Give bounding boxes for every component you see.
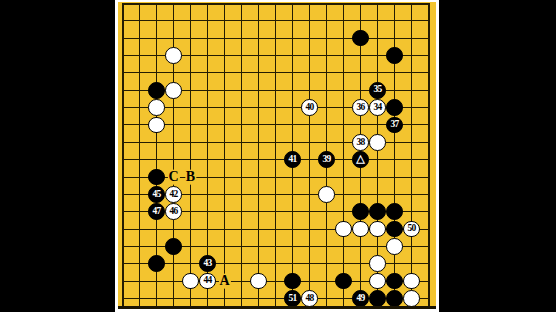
- black-stone-move-47: 47: [148, 203, 165, 220]
- move-number: 36: [356, 102, 364, 112]
- move-number: 45: [152, 189, 160, 199]
- move-number: 40: [305, 102, 313, 112]
- move-number: 38: [356, 137, 364, 147]
- white-stone: [318, 186, 335, 203]
- grid-line-vertical: [258, 4, 259, 307]
- grid-line-vertical: [224, 4, 225, 307]
- go-board-frame: 3540363437384139△45424746504344514849ABC: [115, 0, 439, 312]
- triangle-mark-icon: △: [356, 153, 364, 164]
- black-stone-move-51: 51: [284, 290, 301, 307]
- white-stone-move-48: 48: [301, 290, 318, 307]
- grid-line-vertical: [428, 4, 430, 307]
- black-stone: [148, 169, 165, 186]
- point-label-C: C: [167, 170, 179, 185]
- black-stone: [386, 273, 403, 290]
- black-stone: [335, 273, 352, 290]
- move-number: 46: [169, 206, 177, 216]
- black-stone-move-41: 41: [284, 151, 301, 168]
- grid-line-vertical: [309, 4, 310, 307]
- black-stone: [386, 221, 403, 238]
- grid-line-vertical: [241, 4, 242, 307]
- move-number: 48: [305, 293, 313, 303]
- black-stone-move-37: 37: [386, 117, 403, 134]
- grid-line-vertical: [122, 4, 124, 307]
- move-number: 43: [203, 258, 211, 268]
- grid-line-vertical: [411, 4, 412, 307]
- black-stone-triangle-marked: △: [352, 151, 369, 168]
- white-stone-move-50: 50: [403, 221, 420, 238]
- black-stone: [386, 99, 403, 116]
- move-number: 34: [373, 102, 381, 112]
- white-stone: [386, 238, 403, 255]
- black-stone: [369, 290, 386, 307]
- white-stone: [148, 99, 165, 116]
- white-stone-move-40: 40: [301, 99, 318, 116]
- grid-line-horizontal: [122, 38, 430, 39]
- move-number: 42: [169, 189, 177, 199]
- point-label-B: B: [185, 170, 196, 185]
- black-stone: [148, 255, 165, 272]
- black-stone-move-45: 45: [148, 186, 165, 203]
- white-stone-move-44: 44: [199, 273, 216, 290]
- page-background: 3540363437384139△45424746504344514849ABC: [0, 0, 556, 312]
- white-stone: [148, 117, 165, 134]
- black-stone: [148, 82, 165, 99]
- white-stone: [250, 273, 267, 290]
- black-stone: [352, 203, 369, 220]
- black-stone-move-35: 35: [369, 82, 386, 99]
- grid-line-horizontal: [122, 124, 430, 125]
- white-stone: [403, 290, 420, 307]
- black-stone: [386, 290, 403, 307]
- white-stone: [403, 273, 420, 290]
- white-stone: [369, 221, 386, 238]
- move-number: 49: [356, 293, 364, 303]
- grid-line-vertical: [190, 4, 191, 307]
- white-stone: [165, 82, 182, 99]
- white-stone: [369, 134, 386, 151]
- point-label-A: A: [218, 274, 230, 289]
- go-board[interactable]: 3540363437384139△45424746504344514849ABC: [118, 2, 436, 309]
- white-stone: [182, 273, 199, 290]
- move-number: 41: [288, 154, 296, 164]
- black-stone: [352, 30, 369, 47]
- move-number: 39: [322, 154, 330, 164]
- move-number: 35: [373, 85, 381, 95]
- move-number: 44: [203, 276, 211, 286]
- black-stone: [386, 203, 403, 220]
- white-stone: [165, 47, 182, 64]
- white-stone-move-38: 38: [352, 134, 369, 151]
- grid-line-vertical: [343, 4, 344, 307]
- black-stone: [369, 203, 386, 220]
- white-stone-move-46: 46: [165, 203, 182, 220]
- black-stone-move-43: 43: [199, 255, 216, 272]
- white-stone: [369, 273, 386, 290]
- move-number: 47: [152, 206, 160, 216]
- white-stone-move-42: 42: [165, 186, 182, 203]
- black-stone-move-39: 39: [318, 151, 335, 168]
- white-stone: [369, 255, 386, 272]
- white-stone-move-34: 34: [369, 99, 386, 116]
- move-number: 50: [407, 224, 415, 234]
- black-stone-move-49: 49: [352, 290, 369, 307]
- grid-line-horizontal: [122, 72, 430, 73]
- grid-line-horizontal: [122, 159, 430, 160]
- grid-line-horizontal: [122, 3, 430, 5]
- grid-line-vertical: [275, 4, 276, 307]
- black-stone: [284, 273, 301, 290]
- black-stone: [386, 47, 403, 64]
- move-number: 37: [390, 120, 398, 130]
- white-stone: [352, 221, 369, 238]
- grid-line-vertical: [139, 4, 140, 307]
- grid-line-horizontal: [122, 20, 430, 21]
- white-stone-move-36: 36: [352, 99, 369, 116]
- white-stone: [335, 221, 352, 238]
- black-stone: [165, 238, 182, 255]
- move-number: 51: [288, 293, 296, 303]
